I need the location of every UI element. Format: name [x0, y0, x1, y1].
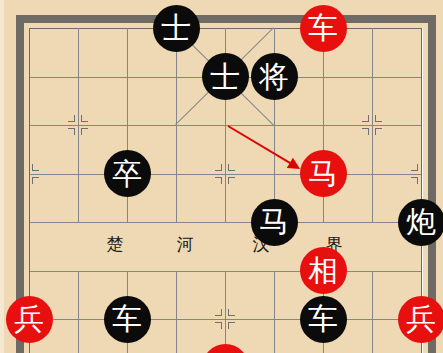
- position-marker: [32, 164, 39, 171]
- position-marker: [411, 177, 418, 184]
- red-soldier-right-glyph: 兵: [406, 304, 436, 334]
- position-marker: [68, 115, 75, 122]
- grid-col-line: [372, 28, 373, 222]
- river-label: 河: [174, 235, 196, 253]
- position-marker: [228, 164, 235, 171]
- black-horse[interactable]: 马: [251, 199, 298, 246]
- grid-col-line: [78, 271, 79, 353]
- red-soldier-left-glyph: 兵: [14, 304, 44, 334]
- black-chariot-left[interactable]: 车: [104, 296, 151, 343]
- red-elephant[interactable]: 相: [300, 247, 347, 294]
- position-marker: [215, 309, 222, 316]
- grid-col-line: [176, 271, 177, 353]
- black-general-glyph: 将: [259, 62, 289, 92]
- red-soldier-left[interactable]: 兵: [6, 296, 53, 343]
- red-horse-glyph: 马: [308, 159, 338, 189]
- position-marker: [32, 177, 39, 184]
- position-marker: [228, 177, 235, 184]
- black-advisor-2[interactable]: 士: [202, 53, 249, 100]
- grid-col-line: [176, 28, 177, 222]
- grid-col-line: [372, 271, 373, 353]
- red-chariot-glyph: 车: [308, 13, 338, 43]
- red-soldier-right[interactable]: 兵: [398, 296, 443, 343]
- black-chariot-left-glyph: 车: [112, 304, 142, 334]
- black-general[interactable]: 将: [251, 53, 298, 100]
- red-chariot[interactable]: 车: [300, 5, 347, 52]
- position-marker: [375, 115, 382, 122]
- black-horse-glyph: 马: [259, 207, 289, 237]
- black-advisor-1[interactable]: 士: [153, 5, 200, 52]
- black-advisor-2-glyph: 士: [210, 62, 240, 92]
- position-marker: [228, 309, 235, 316]
- position-marker: [68, 128, 75, 135]
- position-marker: [215, 177, 222, 184]
- grid-col-line: [274, 271, 275, 353]
- position-marker: [362, 128, 369, 135]
- grid-row-line: [29, 222, 422, 223]
- position-marker: [81, 128, 88, 135]
- xiangqi-board[interactable]: 楚河汉界 士车士将卒马马炮相兵车车兵: [0, 0, 443, 353]
- red-horse[interactable]: 马: [300, 150, 347, 197]
- grid-col-line: [225, 271, 226, 353]
- black-cannon-glyph: 炮: [406, 207, 436, 237]
- position-marker: [228, 322, 235, 329]
- window-edge-strip: [0, 0, 4, 353]
- river-label: 楚: [104, 235, 126, 253]
- black-advisor-1-glyph: 士: [161, 13, 191, 43]
- position-marker: [81, 115, 88, 122]
- black-chariot-right-glyph: 车: [308, 304, 338, 334]
- black-cannon[interactable]: 炮: [398, 199, 443, 246]
- position-marker: [375, 128, 382, 135]
- position-marker: [411, 164, 418, 171]
- black-soldier-glyph: 卒: [112, 159, 142, 189]
- position-marker: [215, 164, 222, 171]
- black-soldier[interactable]: 卒: [104, 150, 151, 197]
- black-chariot-right[interactable]: 车: [300, 296, 347, 343]
- position-marker: [215, 322, 222, 329]
- grid-col-line: [78, 28, 79, 222]
- red-elephant-glyph: 相: [308, 256, 338, 286]
- position-marker: [362, 115, 369, 122]
